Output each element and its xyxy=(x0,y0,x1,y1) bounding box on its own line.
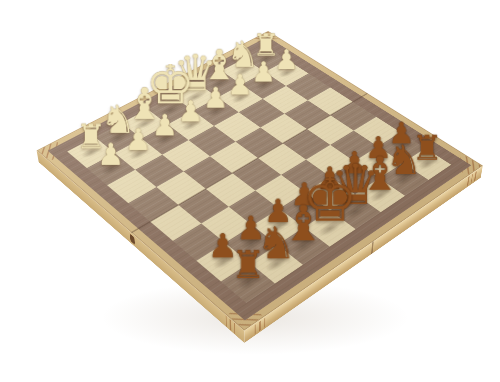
chess-set-photo: ♜♞♟♝♟♛♟♚♟♝♟♞♟♟♜♟♟♜♟♟♞♟♝♟♛♟♚♟♝♟♞♜ xyxy=(0,0,500,382)
white-pawn-h2: ♟ xyxy=(87,120,136,169)
pieces-layer: ♜♞♟♝♟♛♟♚♟♝♟♞♟♟♜♟♟♜♟♟♞♟♝♟♛♟♚♟♝♟♞♜ xyxy=(67,47,451,303)
black-rook-h8: ♜ xyxy=(221,228,275,282)
fold-seam-edge xyxy=(371,241,374,254)
hinge xyxy=(130,233,135,245)
